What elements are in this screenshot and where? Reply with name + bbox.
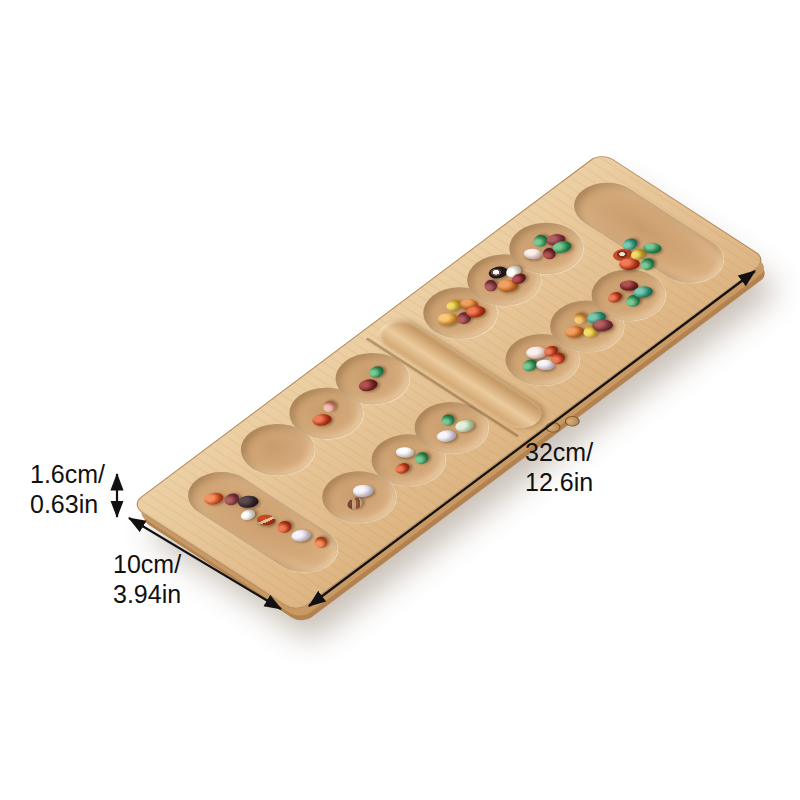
product-photo: 1.6cm/ 0.63in 10cm/ 3.94in 32cm/ 12.6in [0, 0, 800, 800]
dimension-arrows [0, 0, 800, 800]
thickness-cm: 1.6cm/ [30, 459, 105, 489]
length-cm: 32cm/ [525, 437, 593, 467]
dimension-label-width: 10cm/ 3.94in [113, 549, 181, 609]
thickness-in: 0.63in [30, 489, 105, 519]
width-in: 3.94in [113, 579, 181, 609]
length-in: 12.6in [525, 467, 593, 497]
dimension-label-thickness: 1.6cm/ 0.63in [30, 459, 105, 519]
dimension-label-length: 32cm/ 12.6in [525, 437, 593, 497]
width-cm: 10cm/ [113, 549, 181, 579]
